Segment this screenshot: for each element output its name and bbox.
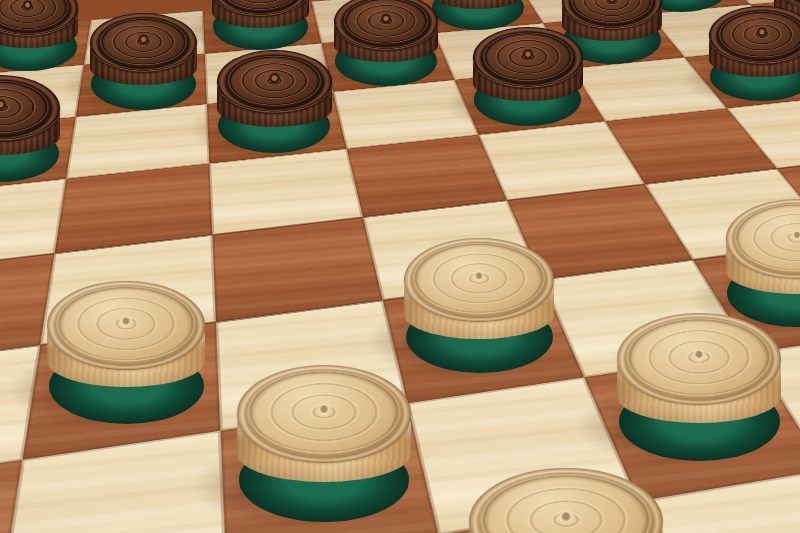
checker-piece-light[interactable]: [617, 313, 781, 464]
checker-piece-dark[interactable]: [217, 50, 331, 155]
piece-top-face: [217, 50, 331, 114]
checker-piece-light[interactable]: [47, 281, 205, 427]
checker-piece-light[interactable]: [726, 199, 800, 330]
checker-piece-dark[interactable]: [709, 6, 800, 104]
piece-top-face: [47, 281, 205, 370]
checker-piece-dark[interactable]: [334, 0, 437, 88]
checker-piece-light[interactable]: [404, 238, 554, 376]
checker-piece-dark[interactable]: [473, 27, 583, 128]
checker-piece-dark[interactable]: [0, 75, 60, 185]
piece-top-face: [469, 468, 663, 533]
checker-piece-dark[interactable]: [212, 0, 310, 52]
pieces-layer: [0, 0, 800, 533]
checker-piece-light[interactable]: [469, 468, 663, 533]
piece-top-face: [473, 27, 583, 89]
checker-piece-light[interactable]: [237, 365, 411, 525]
piece-top-face: [237, 365, 411, 463]
checkers-photo-scene: [0, 0, 800, 533]
piece-top-face: [404, 238, 554, 322]
piece-top-face: [90, 13, 197, 73]
checker-piece-dark[interactable]: [0, 0, 78, 73]
checker-piece-dark[interactable]: [90, 13, 197, 112]
piece-top-face: [617, 313, 781, 405]
